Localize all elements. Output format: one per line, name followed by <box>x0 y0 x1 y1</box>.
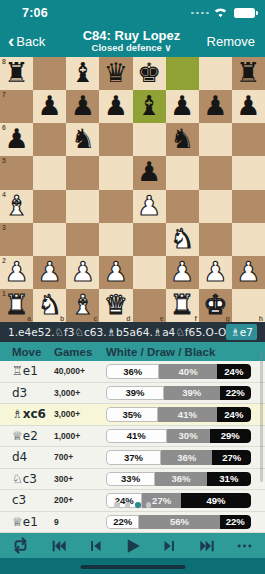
square-h5[interactable] <box>232 156 265 189</box>
move-token[interactable]: ♘c6 <box>75 326 97 338</box>
row-games-count: 300+ <box>54 474 106 484</box>
white-king-piece: ♚ <box>199 288 232 321</box>
white-rook-piece: ♜ <box>166 288 199 321</box>
white-percent: 39% <box>106 386 164 401</box>
square-c3[interactable] <box>66 223 99 256</box>
row-move-label: ♕e1 <box>12 515 54 529</box>
step-forward-button[interactable] <box>162 538 177 554</box>
square-e5[interactable]: ♟ <box>133 156 166 189</box>
skip-to-end-button[interactable] <box>198 538 216 554</box>
move-token[interactable]: 1.e4 <box>8 326 31 338</box>
battery-icon <box>234 8 255 19</box>
square-a3[interactable]: 3 <box>0 223 33 256</box>
white-pawn-piece: ♟ <box>99 255 132 288</box>
move-token[interactable]: 4.♗a4 <box>143 326 176 338</box>
chess-board[interactable]: 8♜♝♛♚♜7♟♟♟♝♟♟♟6♟♞♞5♟4♝♟3♞2♟♟♟♟♟♟♟1a♜b♞c♝… <box>0 57 265 322</box>
white-percent: 41% <box>106 429 167 444</box>
white-pawn-piece: ♟ <box>232 255 265 288</box>
opening-move-row[interactable]: d33,000+39%39%22% <box>0 383 265 405</box>
page-title: C84: Ruy Lopez <box>66 29 197 43</box>
black-queen-piece: ♛ <box>99 56 132 89</box>
black-percent: 31% <box>207 472 251 487</box>
draw-percent: 40% <box>159 364 216 379</box>
step-back-button[interactable] <box>88 538 103 554</box>
black-rook-piece: ♜ <box>232 56 265 89</box>
square-b5[interactable] <box>33 156 66 189</box>
square-a8[interactable]: 8♜ <box>0 57 33 90</box>
opening-move-row[interactable]: ♕e1922%56%22% <box>0 512 265 534</box>
row-move-label: ♗xc6 <box>12 407 54 421</box>
draw-percent: 41% <box>158 407 217 422</box>
row-games-count: 9 <box>54 517 106 527</box>
result-bar: 41%30%29% <box>106 429 251 444</box>
back-button[interactable]: ‹ Back <box>0 34 66 49</box>
white-pawn-piece: ♟ <box>66 255 99 288</box>
square-a1[interactable]: 1a♜ <box>0 289 33 322</box>
black-percent: 27% <box>212 450 251 465</box>
square-d3[interactable] <box>99 223 132 256</box>
square-f7[interactable]: ♟ <box>166 90 199 123</box>
white-queen-piece: ♛ <box>99 288 132 321</box>
draw-percent: 30% <box>167 429 210 444</box>
square-g6[interactable] <box>199 123 232 156</box>
black-knight-piece: ♞ <box>66 122 99 155</box>
square-b3[interactable] <box>33 223 66 256</box>
white-knight-piece: ♞ <box>166 222 199 255</box>
white-knight-piece: ♞ <box>33 288 66 321</box>
row-move-label: d4 <box>12 450 54 464</box>
square-b4[interactable] <box>33 190 66 223</box>
white-pawn-piece: ♟ <box>0 255 33 288</box>
white-percent: 37% <box>106 450 161 465</box>
square-d1[interactable]: d♛ <box>99 289 132 322</box>
move-token[interactable]: 3.♗b5 <box>97 326 130 338</box>
stats-table-header: Move Games White / Draw / Black <box>0 342 265 361</box>
square-g3[interactable] <box>199 223 232 256</box>
header-move: Move <box>12 346 54 358</box>
square-g2[interactable]: ♟ <box>199 256 232 289</box>
opening-move-row[interactable]: ♗xc63,000+35%41%24% <box>0 404 265 426</box>
draw-percent: 36% <box>155 472 206 487</box>
square-g7[interactable]: ♟ <box>199 90 232 123</box>
opening-move-row[interactable]: d4700+37%36%27% <box>0 447 265 469</box>
clock: 7:06 <box>0 6 48 20</box>
square-f1[interactable]: f♜ <box>166 289 199 322</box>
white-pawn-piece: ♟ <box>199 255 232 288</box>
playback-toolbar <box>0 533 265 558</box>
result-bar: 39%39%22% <box>106 386 251 401</box>
row-move-label: ♖e1 <box>12 364 54 378</box>
square-c8[interactable]: ♝ <box>66 57 99 90</box>
status-bar: 7:06 <box>0 0 265 26</box>
square-f6[interactable]: ♞ <box>166 123 199 156</box>
black-percent: 29% <box>210 429 251 444</box>
opening-move-row[interactable]: ♖e140,000+36%40%24% <box>0 361 265 383</box>
black-bishop-piece: ♝ <box>66 56 99 89</box>
page-indicator-dots[interactable] <box>0 502 265 508</box>
rank-label: 3 <box>2 224 6 231</box>
square-c2[interactable]: ♟ <box>66 256 99 289</box>
opening-move-row[interactable]: ♕e21,000+41%30%29% <box>0 426 265 448</box>
back-label: Back <box>16 34 45 49</box>
square-d7[interactable]: ♟ <box>99 90 132 123</box>
square-h4[interactable] <box>232 190 265 223</box>
square-e3[interactable] <box>133 223 166 256</box>
nav-bar: ‹ Back C84: Ruy Lopez Closed defence ∨ R… <box>0 26 265 57</box>
black-percent: 24% <box>217 364 251 379</box>
square-d5[interactable] <box>99 156 132 189</box>
square-e2[interactable] <box>133 256 166 289</box>
white-pawn-piece: ♟ <box>166 255 199 288</box>
square-c7[interactable]: ♟ <box>66 90 99 123</box>
result-bar: 33%36%31% <box>106 472 251 487</box>
row-move-label: ♘c3 <box>12 472 54 486</box>
black-rook-piece: ♜ <box>0 56 33 89</box>
white-percent: 22% <box>106 515 139 530</box>
opening-variation-selector[interactable]: Closed defence ∨ <box>66 43 197 53</box>
square-h8[interactable]: ♜ <box>232 57 265 90</box>
row-games-count: 3,000+ <box>54 409 106 419</box>
square-b7[interactable]: ♟ <box>33 90 66 123</box>
move-list-strip: 1.e4e52.♘f3♘c63.♗b5a64.♗a4♘f65.O-O♗e7 <box>0 322 265 342</box>
current-move-token[interactable]: ♗e7 <box>226 324 257 340</box>
black-pawn-piece: ♟ <box>166 89 199 122</box>
square-d6[interactable] <box>99 123 132 156</box>
square-a4[interactable]: 4♝ <box>0 190 33 223</box>
wifi-icon <box>213 4 228 22</box>
white-rook-piece: ♜ <box>0 288 33 321</box>
opening-move-row[interactable]: ♘c3300+33%36%31% <box>0 469 265 491</box>
cellular-signal-icon <box>191 12 209 15</box>
draw-percent: 39% <box>164 386 220 401</box>
scroll-indicator <box>260 350 263 482</box>
black-king-piece: ♚ <box>133 56 166 89</box>
square-b6[interactable] <box>33 123 66 156</box>
square-b2[interactable]: ♟ <box>33 256 66 289</box>
square-a7[interactable]: 7 <box>0 90 33 123</box>
more-options-button[interactable] <box>236 538 253 554</box>
move-token[interactable]: 5.O-O <box>195 326 226 338</box>
draw-percent: 36% <box>161 450 212 465</box>
black-knight-piece: ♞ <box>166 122 199 155</box>
white-percent: 33% <box>106 472 155 487</box>
square-h7[interactable]: ♟ <box>232 90 265 123</box>
square-e4[interactable]: ♟ <box>133 190 166 223</box>
header-result: White / Draw / Black <box>106 346 265 358</box>
row-games-count: 1,000+ <box>54 431 106 441</box>
black-bishop-piece: ♝ <box>133 89 166 122</box>
square-e1[interactable]: e <box>133 289 166 322</box>
white-percent: 36% <box>106 364 159 379</box>
square-f2[interactable]: ♟ <box>166 256 199 289</box>
move-token[interactable]: a6 <box>129 326 142 338</box>
result-bar: 35%41%24% <box>106 407 251 422</box>
play-button[interactable] <box>124 537 142 555</box>
black-percent: 22% <box>220 386 251 401</box>
black-pawn-piece: ♟ <box>0 122 33 155</box>
white-percent: 35% <box>106 407 158 422</box>
result-bar: 22%56%22% <box>106 515 251 530</box>
square-f5[interactable] <box>166 156 199 189</box>
black-percent: 24% <box>217 407 251 422</box>
square-f4[interactable] <box>166 190 199 223</box>
move-token[interactable]: 2.♘f3 <box>45 326 75 338</box>
white-pawn-piece: ♟ <box>33 255 66 288</box>
row-move-label: ♕e2 <box>12 429 54 443</box>
flip-board-button[interactable] <box>12 537 29 554</box>
white-bishop-piece: ♝ <box>0 189 33 222</box>
square-d4[interactable] <box>99 190 132 223</box>
rank-label: 7 <box>2 91 6 98</box>
header-games: Games <box>54 346 106 358</box>
square-g8[interactable] <box>199 57 232 90</box>
black-pawn-piece: ♟ <box>33 89 66 122</box>
app-screen: 7:06 ‹ Back C84: Ruy Lopez Closed defenc… <box>0 0 265 574</box>
square-f3[interactable]: ♞ <box>166 223 199 256</box>
square-h6[interactable] <box>232 123 265 156</box>
square-h1[interactable]: h <box>232 289 265 322</box>
square-d2[interactable]: ♟ <box>99 256 132 289</box>
white-pawn-piece: ♟ <box>133 189 166 222</box>
skip-to-start-button[interactable] <box>50 538 68 554</box>
file-label: h <box>259 315 263 322</box>
file-label: e <box>160 315 164 322</box>
move-token[interactable]: e5 <box>31 326 44 338</box>
square-e7[interactable]: ♝ <box>133 90 166 123</box>
black-pawn-piece: ♟ <box>99 89 132 122</box>
result-bar: 37%36%27% <box>106 450 251 465</box>
square-a5[interactable]: 5 <box>0 156 33 189</box>
black-percent: 22% <box>220 515 251 530</box>
square-b1[interactable]: b♞ <box>33 289 66 322</box>
square-c1[interactable]: c♝ <box>66 289 99 322</box>
black-pawn-piece: ♟ <box>133 155 166 188</box>
move-token[interactable]: ♘f6 <box>175 326 195 338</box>
row-games-count: 700+ <box>54 452 106 462</box>
square-c5[interactable] <box>66 156 99 189</box>
white-bishop-piece: ♝ <box>66 288 99 321</box>
back-chevron-icon: ‹ <box>8 34 14 47</box>
square-d8[interactable]: ♛ <box>99 57 132 90</box>
square-g4[interactable] <box>199 190 232 223</box>
row-games-count: 3,000+ <box>54 388 106 398</box>
square-g5[interactable] <box>199 156 232 189</box>
black-pawn-piece: ♟ <box>232 89 265 122</box>
square-h3[interactable] <box>232 223 265 256</box>
square-a2[interactable]: 2♟ <box>0 256 33 289</box>
square-g1[interactable]: g♚ <box>199 289 232 322</box>
row-games-count: 40,000+ <box>54 366 106 376</box>
home-indicator[interactable] <box>80 565 185 570</box>
square-a6[interactable]: 6♟ <box>0 123 33 156</box>
square-f8[interactable] <box>166 57 199 90</box>
square-e6[interactable] <box>133 123 166 156</box>
draw-percent: 56% <box>139 515 219 530</box>
opening-move-row[interactable]: c3200+24%27%49% <box>0 490 265 512</box>
square-c6[interactable]: ♞ <box>66 123 99 156</box>
rank-label: 5 <box>2 157 6 164</box>
result-bar: 36%40%24% <box>106 364 251 379</box>
black-pawn-piece: ♟ <box>66 89 99 122</box>
row-move-label: d3 <box>12 386 54 400</box>
black-pawn-piece: ♟ <box>199 89 232 122</box>
square-h2[interactable]: ♟ <box>232 256 265 289</box>
square-c4[interactable] <box>66 190 99 223</box>
square-b8[interactable] <box>33 57 66 90</box>
remove-button[interactable]: Remove <box>197 34 265 49</box>
square-e8[interactable]: ♚ <box>133 57 166 90</box>
